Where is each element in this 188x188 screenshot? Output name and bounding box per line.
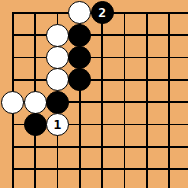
white-stone	[46, 68, 69, 91]
black-stone	[68, 46, 91, 69]
white-stone	[1, 91, 24, 114]
white-stone	[46, 24, 69, 47]
board-frame-top	[0, 1, 188, 3]
white-stone	[68, 1, 91, 24]
board-frame-right-bevel	[186, 0, 188, 188]
board-frame-left	[1, 0, 3, 188]
black-stone-move-2: 2	[91, 1, 114, 24]
black-stone	[68, 68, 91, 91]
white-stone-move-1: 1	[46, 113, 69, 136]
board-frame-bottom-bevel	[0, 186, 188, 188]
black-stone	[24, 113, 47, 136]
white-stone	[24, 91, 47, 114]
move-number-label: 2	[98, 6, 106, 19]
stone-layer: 21	[2, 2, 181, 181]
white-stone	[46, 46, 69, 69]
black-stone	[46, 91, 69, 114]
move-number-label: 1	[53, 118, 61, 131]
black-stone	[68, 24, 91, 47]
go-board-diagram: 21	[0, 0, 188, 188]
